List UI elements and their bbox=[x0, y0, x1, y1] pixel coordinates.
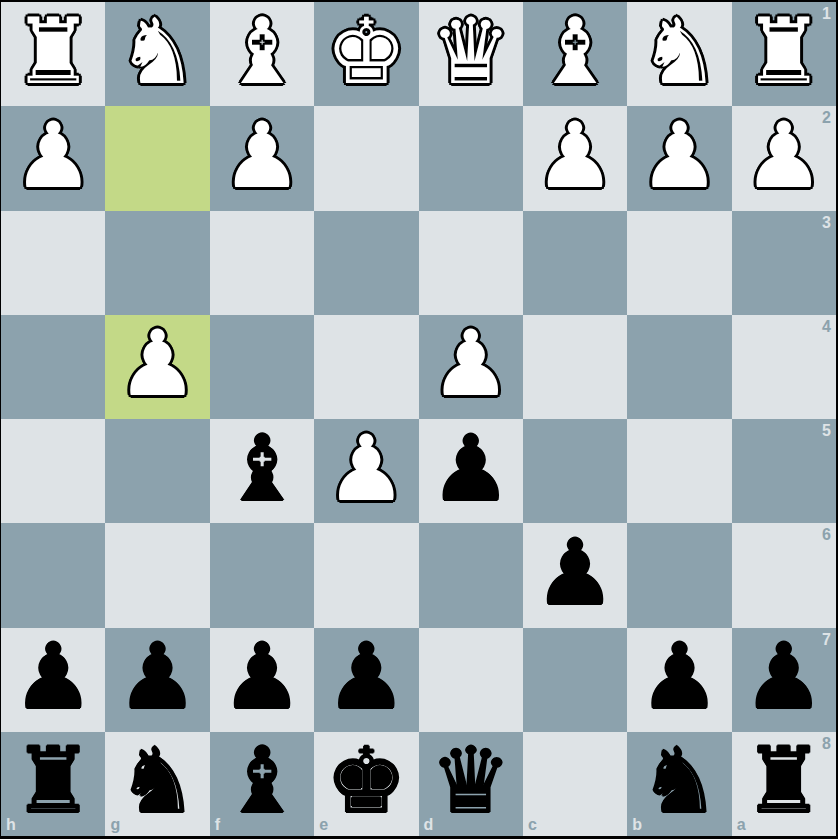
file-label-h: h bbox=[6, 817, 16, 833]
rank-label-3: 3 bbox=[822, 215, 831, 231]
square-b7[interactable]: ♟ bbox=[627, 628, 731, 732]
chess-board: ♜♞♝♚♛♝♞♜1♟♟♟♟♟23♟♟4♝♟♟5♟6♟♟♟♟♟♟7♜h♞g♝f♚e… bbox=[1, 2, 836, 836]
file-label-f: f bbox=[215, 817, 220, 833]
white-bishop-f1[interactable]: ♝ bbox=[221, 6, 303, 97]
square-e1[interactable]: ♚ bbox=[314, 2, 418, 106]
square-b5[interactable] bbox=[627, 419, 731, 523]
square-d3[interactable] bbox=[419, 211, 523, 315]
white-rook-h1[interactable]: ♜ bbox=[12, 6, 94, 97]
square-h4[interactable] bbox=[1, 315, 105, 419]
white-pawn-b2[interactable]: ♟ bbox=[639, 110, 721, 201]
square-g3[interactable] bbox=[105, 211, 209, 315]
chess-board-frame: ♜♞♝♚♛♝♞♜1♟♟♟♟♟23♟♟4♝♟♟5♟6♟♟♟♟♟♟7♜h♞g♝f♚e… bbox=[0, 0, 838, 839]
square-h3[interactable] bbox=[1, 211, 105, 315]
rank-label-1: 1 bbox=[822, 6, 831, 22]
square-a2[interactable]: ♟2 bbox=[732, 106, 836, 210]
square-h5[interactable] bbox=[1, 419, 105, 523]
white-queen-d1[interactable]: ♛ bbox=[430, 6, 512, 97]
white-pawn-a2[interactable]: ♟ bbox=[743, 110, 825, 201]
square-b3[interactable] bbox=[627, 211, 731, 315]
white-knight-g1[interactable]: ♞ bbox=[117, 6, 199, 97]
square-c8[interactable]: c bbox=[523, 732, 627, 836]
black-pawn-h7[interactable]: ♟ bbox=[12, 631, 94, 722]
white-knight-b1[interactable]: ♞ bbox=[639, 6, 721, 97]
square-f6[interactable] bbox=[210, 523, 314, 627]
square-f5[interactable]: ♝ bbox=[210, 419, 314, 523]
white-bishop-c1[interactable]: ♝ bbox=[534, 6, 616, 97]
square-e7[interactable]: ♟ bbox=[314, 628, 418, 732]
square-e5[interactable]: ♟ bbox=[314, 419, 418, 523]
square-a4[interactable]: 4 bbox=[732, 315, 836, 419]
black-pawn-f7[interactable]: ♟ bbox=[221, 631, 303, 722]
rank-label-4: 4 bbox=[822, 319, 831, 335]
square-d1[interactable]: ♛ bbox=[419, 2, 523, 106]
rank-label-2: 2 bbox=[822, 110, 831, 126]
rank-label-6: 6 bbox=[822, 527, 831, 543]
square-g5[interactable] bbox=[105, 419, 209, 523]
square-a3[interactable]: 3 bbox=[732, 211, 836, 315]
square-f1[interactable]: ♝ bbox=[210, 2, 314, 106]
rank-label-5: 5 bbox=[822, 423, 831, 439]
white-pawn-h2[interactable]: ♟ bbox=[12, 110, 94, 201]
square-g2[interactable] bbox=[105, 106, 209, 210]
white-king-e1[interactable]: ♚ bbox=[326, 6, 408, 97]
rank-label-7: 7 bbox=[822, 632, 831, 648]
white-pawn-c2[interactable]: ♟ bbox=[534, 110, 616, 201]
black-rook-h8[interactable]: ♜ bbox=[12, 735, 94, 826]
file-label-e: e bbox=[319, 817, 328, 833]
file-label-g: g bbox=[110, 817, 120, 833]
square-g8[interactable]: ♞g bbox=[105, 732, 209, 836]
square-b1[interactable]: ♞ bbox=[627, 2, 731, 106]
white-pawn-f2[interactable]: ♟ bbox=[221, 110, 303, 201]
square-f4[interactable] bbox=[210, 315, 314, 419]
black-bishop-f5[interactable]: ♝ bbox=[221, 423, 303, 514]
square-c5[interactable] bbox=[523, 419, 627, 523]
black-bishop-f8[interactable]: ♝ bbox=[221, 735, 303, 826]
square-e2[interactable] bbox=[314, 106, 418, 210]
square-b4[interactable] bbox=[627, 315, 731, 419]
black-queen-d8[interactable]: ♛ bbox=[430, 735, 512, 826]
square-f3[interactable] bbox=[210, 211, 314, 315]
black-pawn-b7[interactable]: ♟ bbox=[639, 631, 721, 722]
square-c3[interactable] bbox=[523, 211, 627, 315]
file-label-a: a bbox=[737, 817, 746, 833]
square-g6[interactable] bbox=[105, 523, 209, 627]
black-pawn-d5[interactable]: ♟ bbox=[430, 423, 512, 514]
square-c4[interactable] bbox=[523, 315, 627, 419]
black-knight-g8[interactable]: ♞ bbox=[117, 735, 199, 826]
file-label-d: d bbox=[424, 817, 434, 833]
square-d2[interactable] bbox=[419, 106, 523, 210]
square-c7[interactable] bbox=[523, 628, 627, 732]
square-d5[interactable]: ♟ bbox=[419, 419, 523, 523]
file-label-b: b bbox=[632, 817, 642, 833]
black-pawn-c6[interactable]: ♟ bbox=[534, 527, 616, 618]
square-c2[interactable]: ♟ bbox=[523, 106, 627, 210]
square-a7[interactable]: ♟7 bbox=[732, 628, 836, 732]
square-e8[interactable]: ♚e bbox=[314, 732, 418, 836]
white-rook-a1[interactable]: ♜ bbox=[743, 6, 825, 97]
square-b6[interactable] bbox=[627, 523, 731, 627]
white-pawn-d4[interactable]: ♟ bbox=[430, 318, 512, 409]
square-b2[interactable]: ♟ bbox=[627, 106, 731, 210]
square-e4[interactable] bbox=[314, 315, 418, 419]
file-label-c: c bbox=[528, 817, 537, 833]
square-e3[interactable] bbox=[314, 211, 418, 315]
black-knight-b8[interactable]: ♞ bbox=[639, 735, 721, 826]
black-pawn-g7[interactable]: ♟ bbox=[117, 631, 199, 722]
square-f7[interactable]: ♟ bbox=[210, 628, 314, 732]
square-g1[interactable]: ♞ bbox=[105, 2, 209, 106]
white-pawn-g4[interactable]: ♟ bbox=[117, 318, 199, 409]
square-g4[interactable]: ♟ bbox=[105, 315, 209, 419]
square-h7[interactable]: ♟ bbox=[1, 628, 105, 732]
square-h6[interactable] bbox=[1, 523, 105, 627]
square-d6[interactable] bbox=[419, 523, 523, 627]
square-b8[interactable]: ♞b bbox=[627, 732, 731, 836]
square-e6[interactable] bbox=[314, 523, 418, 627]
square-h1[interactable]: ♜ bbox=[1, 2, 105, 106]
black-pawn-a7[interactable]: ♟ bbox=[743, 631, 825, 722]
square-a8[interactable]: ♜8a bbox=[732, 732, 836, 836]
black-king-e8[interactable]: ♚ bbox=[326, 735, 408, 826]
square-f8[interactable]: ♝f bbox=[210, 732, 314, 836]
white-pawn-e5[interactable]: ♟ bbox=[326, 423, 408, 514]
black-pawn-e7[interactable]: ♟ bbox=[326, 631, 408, 722]
square-f2[interactable]: ♟ bbox=[210, 106, 314, 210]
rank-label-8: 8 bbox=[822, 736, 831, 752]
square-a6[interactable]: 6 bbox=[732, 523, 836, 627]
square-d7[interactable] bbox=[419, 628, 523, 732]
black-rook-a8[interactable]: ♜ bbox=[743, 735, 825, 826]
square-a5[interactable]: 5 bbox=[732, 419, 836, 523]
square-c6[interactable]: ♟ bbox=[523, 523, 627, 627]
square-h2[interactable]: ♟ bbox=[1, 106, 105, 210]
square-d4[interactable]: ♟ bbox=[419, 315, 523, 419]
square-c1[interactable]: ♝ bbox=[523, 2, 627, 106]
square-g7[interactable]: ♟ bbox=[105, 628, 209, 732]
square-d8[interactable]: ♛d bbox=[419, 732, 523, 836]
square-a1[interactable]: ♜1 bbox=[732, 2, 836, 106]
square-h8[interactable]: ♜h bbox=[1, 732, 105, 836]
